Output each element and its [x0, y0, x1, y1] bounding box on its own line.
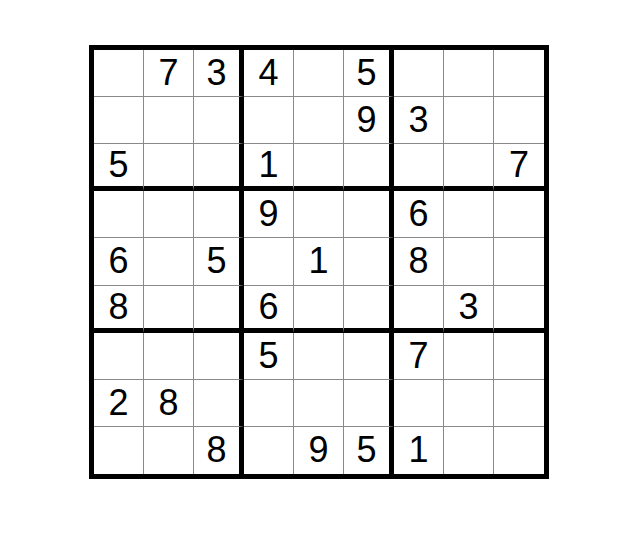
sudoku-cell-r7c1-empty[interactable]: [94, 333, 144, 380]
sudoku-cell-r8c1-given[interactable]: 2: [94, 380, 144, 427]
sudoku-cell-r4c1-empty[interactable]: [94, 191, 144, 238]
sudoku-cell-r8c8-empty[interactable]: [444, 380, 494, 427]
sudoku-cell-r6c1-given[interactable]: 8: [94, 286, 144, 333]
sudoku-cell-r3c6-empty[interactable]: [344, 144, 394, 191]
sudoku-cell-r3c2-empty[interactable]: [144, 144, 194, 191]
sudoku-cell-r6c9-empty[interactable]: [494, 286, 544, 333]
sudoku-cell-r4c8-empty[interactable]: [444, 191, 494, 238]
sudoku-cell-r3c9-given[interactable]: 7: [494, 144, 544, 191]
sudoku-cell-r4c6-empty[interactable]: [344, 191, 394, 238]
sudoku-cell-r2c8-empty[interactable]: [444, 97, 494, 144]
sudoku-cell-r7c7-given[interactable]: 7: [394, 333, 444, 380]
sudoku-cell-r3c3-empty[interactable]: [194, 144, 244, 191]
sudoku-cell-r5c8-empty[interactable]: [444, 238, 494, 285]
sudoku-cell-r1c8-empty[interactable]: [444, 50, 494, 97]
sudoku-cell-r1c4-given[interactable]: 4: [244, 50, 294, 97]
sudoku-cell-r3c7-empty[interactable]: [394, 144, 444, 191]
sudoku-cell-r7c3-empty[interactable]: [194, 333, 244, 380]
sudoku-cell-r2c5-empty[interactable]: [294, 97, 344, 144]
sudoku-cell-r9c8-empty[interactable]: [444, 427, 494, 474]
sudoku-cell-r6c7-empty[interactable]: [394, 286, 444, 333]
sudoku-cell-r4c3-empty[interactable]: [194, 191, 244, 238]
sudoku-cell-r1c2-given[interactable]: 7: [144, 50, 194, 97]
sudoku-cell-r2c3-empty[interactable]: [194, 97, 244, 144]
sudoku-cell-r6c6-empty[interactable]: [344, 286, 394, 333]
sudoku-cell-r9c1-empty[interactable]: [94, 427, 144, 474]
sudoku-cell-r9c9-given[interactable]: [494, 427, 544, 474]
sudoku-cell-r1c1-empty[interactable]: [94, 50, 144, 97]
sudoku-cell-r6c2-empty[interactable]: [144, 286, 194, 333]
sudoku-cell-r6c5-empty[interactable]: [294, 286, 344, 333]
sudoku-cell-r4c5-empty[interactable]: [294, 191, 344, 238]
sudoku-cell-r5c1-given[interactable]: 6: [94, 238, 144, 285]
sudoku-cell-r1c6-given[interactable]: 5: [344, 50, 394, 97]
sudoku-cell-r5c9-empty[interactable]: [494, 238, 544, 285]
sudoku-cell-r8c7-empty[interactable]: [394, 380, 444, 427]
sudoku-cell-r3c1-given[interactable]: 5: [94, 144, 144, 191]
sudoku-cell-r8c2-given[interactable]: 8: [144, 380, 194, 427]
sudoku-cell-r7c8-empty[interactable]: [444, 333, 494, 380]
sudoku-cell-r5c5-given[interactable]: 1: [294, 238, 344, 285]
sudoku-cell-r9c7-given[interactable]: 1: [394, 427, 444, 474]
sudoku-cell-r3c5-empty[interactable]: [294, 144, 344, 191]
sudoku-cell-r8c6-empty[interactable]: [344, 380, 394, 427]
sudoku-cell-r5c3-given[interactable]: 5: [194, 238, 244, 285]
sudoku-cell-r7c6-empty[interactable]: [344, 333, 394, 380]
sudoku-cell-r1c5-empty[interactable]: [294, 50, 344, 97]
sudoku-cell-r9c5-given[interactable]: 9: [294, 427, 344, 474]
sudoku-cell-r7c9-empty[interactable]: [494, 333, 544, 380]
sudoku-cell-r2c9-empty[interactable]: [494, 97, 544, 144]
sudoku-cell-r4c7-given[interactable]: 6: [394, 191, 444, 238]
sudoku-cell-r9c6-given[interactable]: 5: [344, 427, 394, 474]
sudoku-board: 73459351796651886357288951: [89, 45, 549, 479]
sudoku-cell-r8c3-empty[interactable]: [194, 380, 244, 427]
sudoku-cell-r5c4-empty[interactable]: [244, 238, 294, 285]
sudoku-cell-r7c4-given[interactable]: 5: [244, 333, 294, 380]
sudoku-cell-r8c5-empty[interactable]: [294, 380, 344, 427]
sudoku-cell-r4c9-empty[interactable]: [494, 191, 544, 238]
sudoku-cell-r8c4-empty[interactable]: [244, 380, 294, 427]
sudoku-cell-r7c2-empty[interactable]: [144, 333, 194, 380]
sudoku-cell-r2c6-given[interactable]: 9: [344, 97, 394, 144]
sudoku-cell-r4c2-empty[interactable]: [144, 191, 194, 238]
sudoku-cell-r6c8-given[interactable]: 3: [444, 286, 494, 333]
sudoku-cell-r2c1-empty[interactable]: [94, 97, 144, 144]
sudoku-cell-r2c2-empty[interactable]: [144, 97, 194, 144]
sudoku-cell-r9c4-empty[interactable]: [244, 427, 294, 474]
sudoku-cell-r5c2-empty[interactable]: [144, 238, 194, 285]
sudoku-cell-r1c3-given[interactable]: 3: [194, 50, 244, 97]
sudoku-cell-r6c4-given[interactable]: 6: [244, 286, 294, 333]
sudoku-cell-r2c4-empty[interactable]: [244, 97, 294, 144]
sudoku-cell-r9c3-given[interactable]: 8: [194, 427, 244, 474]
sudoku-cell-r8c9-empty[interactable]: [494, 380, 544, 427]
sudoku-cell-r5c7-given[interactable]: 8: [394, 238, 444, 285]
sudoku-cell-r4c4-given[interactable]: 9: [244, 191, 294, 238]
sudoku-cell-r2c7-given[interactable]: 3: [394, 97, 444, 144]
sudoku-cell-r1c7-empty[interactable]: [394, 50, 444, 97]
sudoku-cell-r1c9-empty[interactable]: [494, 50, 544, 97]
sudoku-cell-r3c4-given[interactable]: 1: [244, 144, 294, 191]
sudoku-cell-r3c8-empty[interactable]: [444, 144, 494, 191]
sudoku-cell-r5c6-empty[interactable]: [344, 238, 394, 285]
sudoku-cell-r9c2-empty[interactable]: [144, 427, 194, 474]
sudoku-cell-r7c5-empty[interactable]: [294, 333, 344, 380]
sudoku-cell-r6c3-empty[interactable]: [194, 286, 244, 333]
